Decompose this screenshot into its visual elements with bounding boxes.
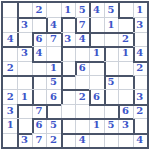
cell-r4c6[interactable]	[75, 46, 89, 60]
cell-r3c9[interactable]: 2	[118, 32, 132, 46]
cell-r2c1[interactable]	[3, 17, 17, 31]
cell-r4c7[interactable]: 1	[89, 46, 103, 60]
cell-r7c5[interactable]	[61, 89, 75, 103]
cell-r1c5[interactable]: 1	[61, 3, 75, 17]
cell-r7c1[interactable]: 2	[3, 89, 17, 103]
cell-r7c2[interactable]: 1	[17, 89, 31, 103]
cell-r6c8[interactable]: 5	[104, 75, 118, 89]
cell-r7c6[interactable]: 2	[75, 89, 89, 103]
cell-r1c8[interactable]: 5	[104, 3, 118, 17]
cell-r6c3[interactable]	[32, 75, 46, 89]
cell-r4c8[interactable]	[104, 46, 118, 60]
cell-r1c6[interactable]: 5	[75, 3, 89, 17]
cell-r5c8[interactable]	[104, 61, 118, 75]
cell-r3c8[interactable]	[104, 32, 118, 46]
cell-r2c2[interactable]: 3	[17, 17, 31, 31]
cell-r6c9[interactable]	[118, 75, 132, 89]
cell-r3c2[interactable]	[17, 32, 31, 46]
puzzle-board: 2154513471346734234114216255216263376216…	[1, 1, 149, 149]
cell-r6c6[interactable]	[75, 75, 89, 89]
cell-r4c1[interactable]	[3, 46, 17, 60]
cell-r7c8[interactable]	[104, 89, 118, 103]
cell-r1c3[interactable]: 2	[32, 3, 46, 17]
cell-r2c4[interactable]: 4	[46, 17, 60, 31]
cell-r1c7[interactable]: 4	[89, 3, 103, 17]
cell-r7c4[interactable]: 6	[46, 89, 60, 103]
cell-r4c5[interactable]	[61, 46, 75, 60]
cell-r10c8[interactable]	[104, 133, 118, 147]
cell-r10c2[interactable]: 3	[17, 133, 31, 147]
cell-r2c9[interactable]	[118, 17, 132, 31]
cell-r10c1[interactable]	[3, 133, 17, 147]
cell-r7c3[interactable]	[32, 89, 46, 103]
cell-r8c8[interactable]	[104, 104, 118, 118]
cell-r10c6[interactable]: 4	[75, 133, 89, 147]
cell-r6c2[interactable]	[17, 75, 31, 89]
cell-r5c9[interactable]	[118, 61, 132, 75]
cell-r9c1[interactable]: 1	[3, 118, 17, 132]
cell-r10c7[interactable]	[89, 133, 103, 147]
cell-r6c7[interactable]	[89, 75, 103, 89]
cell-r1c9[interactable]	[118, 3, 132, 17]
cell-r9c7[interactable]: 1	[89, 118, 103, 132]
cell-r6c4[interactable]: 5	[46, 75, 60, 89]
cell-r9c6[interactable]	[75, 118, 89, 132]
cell-r5c7[interactable]	[89, 61, 103, 75]
cell-r8c4[interactable]	[46, 104, 60, 118]
cell-r6c10[interactable]	[133, 75, 147, 89]
cell-r8c9[interactable]: 6	[118, 104, 132, 118]
cell-r8c3[interactable]: 7	[32, 104, 46, 118]
cell-r10c4[interactable]: 2	[46, 133, 60, 147]
cell-r3c4[interactable]: 7	[46, 32, 60, 46]
cell-r2c6[interactable]: 7	[75, 17, 89, 31]
cell-r10c10[interactable]: 4	[133, 133, 147, 147]
cell-r4c4[interactable]	[46, 46, 60, 60]
cell-r10c3[interactable]: 7	[32, 133, 46, 147]
cell-r5c2[interactable]	[17, 61, 31, 75]
cell-r3c5[interactable]: 3	[61, 32, 75, 46]
cell-r8c10[interactable]: 2	[133, 104, 147, 118]
cell-r2c10[interactable]: 3	[133, 17, 147, 31]
cell-r5c6[interactable]: 6	[75, 61, 89, 75]
cell-r2c8[interactable]: 1	[104, 17, 118, 31]
cell-r8c7[interactable]	[89, 104, 103, 118]
cell-r7c10[interactable]: 3	[133, 89, 147, 103]
cell-r8c6[interactable]	[75, 104, 89, 118]
cell-r9c3[interactable]: 6	[32, 118, 46, 132]
cell-r4c9[interactable]: 1	[118, 46, 132, 60]
cell-r5c5[interactable]	[61, 61, 75, 75]
cell-r1c4[interactable]	[46, 3, 60, 17]
cell-r3c7[interactable]	[89, 32, 103, 46]
cell-r8c2[interactable]	[17, 104, 31, 118]
cell-r8c1[interactable]: 3	[3, 104, 17, 118]
cell-r9c2[interactable]	[17, 118, 31, 132]
cell-r3c1[interactable]: 4	[3, 32, 17, 46]
cell-r6c1[interactable]	[3, 75, 17, 89]
cell-r4c10[interactable]: 4	[133, 46, 147, 60]
cell-r5c3[interactable]	[32, 61, 46, 75]
cell-r1c1[interactable]	[3, 3, 17, 17]
cell-r4c2[interactable]: 3	[17, 46, 31, 60]
cell-r6c5[interactable]	[61, 75, 75, 89]
cell-r7c9[interactable]	[118, 89, 132, 103]
cell-r2c7[interactable]	[89, 17, 103, 31]
cell-r9c8[interactable]: 5	[104, 118, 118, 132]
cell-r10c9[interactable]	[118, 133, 132, 147]
cell-r9c4[interactable]: 5	[46, 118, 60, 132]
cell-r3c6[interactable]: 4	[75, 32, 89, 46]
cell-r3c10[interactable]	[133, 32, 147, 46]
cell-r10c5[interactable]	[61, 133, 75, 147]
cell-r5c1[interactable]: 2	[3, 61, 17, 75]
cell-r1c2[interactable]	[17, 3, 31, 17]
cell-r1c10[interactable]: 1	[133, 3, 147, 17]
cell-r9c10[interactable]	[133, 118, 147, 132]
cell-r7c7[interactable]: 6	[89, 89, 103, 103]
cell-r9c9[interactable]: 3	[118, 118, 132, 132]
cell-r5c4[interactable]: 1	[46, 61, 60, 75]
cell-r9c5[interactable]	[61, 118, 75, 132]
cell-r5c10[interactable]: 2	[133, 61, 147, 75]
cell-r8c5[interactable]	[61, 104, 75, 118]
cell-r2c5[interactable]	[61, 17, 75, 31]
cell-r4c3[interactable]: 4	[32, 46, 46, 60]
cell-r3c3[interactable]: 6	[32, 32, 46, 46]
cell-r2c3[interactable]	[32, 17, 46, 31]
